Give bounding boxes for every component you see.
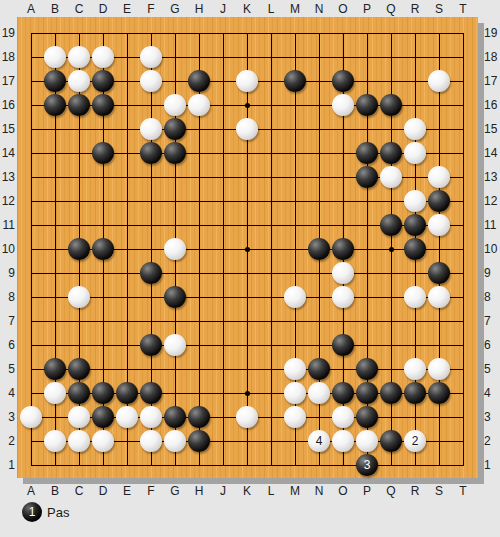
coordinate-label-top-G: G	[163, 1, 187, 17]
stone-g2	[164, 430, 186, 452]
stone-r12	[404, 190, 426, 212]
stone-o6	[332, 334, 354, 356]
stone-s8	[428, 286, 450, 308]
coordinate-label-bottom-T: T	[451, 483, 475, 499]
coordinate-label-top-E: E	[115, 1, 139, 17]
coordinate-label-left-12: 12	[0, 194, 15, 208]
coordinate-label-bottom-S: S	[427, 483, 451, 499]
stone-g8	[164, 286, 186, 308]
coordinate-label-left-17: 17	[0, 74, 15, 88]
stone-c3	[68, 406, 90, 428]
coordinate-label-top-K: K	[235, 1, 259, 17]
stone-f18	[140, 46, 162, 68]
stone-h16	[188, 94, 210, 116]
stones-layer: 423	[19, 21, 475, 477]
coordinate-label-bottom-C: C	[67, 483, 91, 499]
stone-q13	[380, 166, 402, 188]
stone-d3	[92, 406, 114, 428]
coordinate-label-right-2: 2	[484, 434, 500, 448]
coordinate-label-bottom-M: M	[283, 483, 307, 499]
stone-o10	[332, 238, 354, 260]
stone-r2: 2	[404, 430, 426, 452]
stone-b17	[44, 70, 66, 92]
stone-o17	[332, 70, 354, 92]
coordinate-label-left-5: 5	[0, 362, 15, 376]
coordinate-label-left-2: 2	[0, 434, 15, 448]
stone-g15	[164, 118, 186, 140]
stone-s12	[428, 190, 450, 212]
stone-p2	[356, 430, 378, 452]
stone-q16	[380, 94, 402, 116]
coordinate-label-top-P: P	[355, 1, 379, 17]
stone-f15	[140, 118, 162, 140]
coordinates-bottom: ABCDEFGHJKLMNOPQRST	[17, 483, 478, 499]
stone-k3	[236, 406, 258, 428]
stone-s11	[428, 214, 450, 236]
coordinate-label-top-A: A	[19, 1, 43, 17]
go-board[interactable]: 423	[17, 17, 478, 478]
coordinate-label-right-17: 17	[484, 74, 500, 88]
stone-n2: 4	[308, 430, 330, 452]
coordinate-label-left-11: 11	[0, 218, 15, 232]
move-number-1: 1	[29, 506, 36, 518]
coordinate-label-left-9: 9	[0, 266, 15, 280]
stone-d17	[92, 70, 114, 92]
coordinate-label-left-3: 3	[0, 410, 15, 424]
coordinate-label-bottom-Q: Q	[379, 483, 403, 499]
stone-d2	[92, 430, 114, 452]
coordinate-label-left-15: 15	[0, 122, 15, 136]
stone-m5	[284, 358, 306, 380]
stone-c16	[68, 94, 90, 116]
move-number-label: 3	[364, 459, 371, 471]
stone-r8	[404, 286, 426, 308]
coordinate-label-right-9: 9	[484, 266, 500, 280]
stone-n5	[308, 358, 330, 380]
coordinate-label-top-S: S	[427, 1, 451, 17]
stone-o16	[332, 94, 354, 116]
coordinate-label-right-10: 10	[484, 242, 500, 256]
stone-k15	[236, 118, 258, 140]
coordinate-label-bottom-K: K	[235, 483, 259, 499]
stone-q2	[380, 430, 402, 452]
coordinate-label-top-B: B	[43, 1, 67, 17]
coordinate-label-left-14: 14	[0, 146, 15, 160]
stone-f17	[140, 70, 162, 92]
coordinate-label-right-5: 5	[484, 362, 500, 376]
coordinate-label-top-T: T	[451, 1, 475, 17]
pass-move-stone: 1	[22, 502, 42, 522]
coordinate-label-left-6: 6	[0, 338, 15, 352]
stone-f2	[140, 430, 162, 452]
coordinate-label-bottom-D: D	[91, 483, 115, 499]
stone-p1: 3	[356, 454, 378, 476]
stone-c4	[68, 382, 90, 404]
stone-e4	[116, 382, 138, 404]
stone-q14	[380, 142, 402, 164]
stone-k17	[236, 70, 258, 92]
stone-d4	[92, 382, 114, 404]
coordinate-label-top-O: O	[331, 1, 355, 17]
stone-p4	[356, 382, 378, 404]
coordinate-label-right-3: 3	[484, 410, 500, 424]
stone-s4	[428, 382, 450, 404]
coordinate-label-right-6: 6	[484, 338, 500, 352]
stone-h3	[188, 406, 210, 428]
coordinate-label-bottom-N: N	[307, 483, 331, 499]
coordinate-label-top-C: C	[67, 1, 91, 17]
coordinates-top: ABCDEFGHJKLMNOPQRST	[17, 1, 478, 17]
stone-r15	[404, 118, 426, 140]
coordinate-label-left-1: 1	[0, 458, 15, 472]
stone-g3	[164, 406, 186, 428]
coordinate-label-left-7: 7	[0, 314, 15, 328]
coordinate-label-right-1: 1	[484, 458, 500, 472]
coordinate-label-top-N: N	[307, 1, 331, 17]
coordinate-label-left-4: 4	[0, 386, 15, 400]
coordinate-label-bottom-O: O	[331, 483, 355, 499]
stone-o9	[332, 262, 354, 284]
coordinate-label-bottom-J: J	[211, 483, 235, 499]
stone-g16	[164, 94, 186, 116]
move-number-label: 4	[316, 435, 323, 447]
coordinate-label-bottom-A: A	[19, 483, 43, 499]
coordinate-label-right-11: 11	[484, 218, 500, 232]
coordinate-label-right-8: 8	[484, 290, 500, 304]
stone-s9	[428, 262, 450, 284]
stone-m4	[284, 382, 306, 404]
stone-b4	[44, 382, 66, 404]
stone-o2	[332, 430, 354, 452]
coordinate-label-bottom-P: P	[355, 483, 379, 499]
stone-s17	[428, 70, 450, 92]
coordinate-label-bottom-F: F	[139, 483, 163, 499]
stone-o3	[332, 406, 354, 428]
stone-h17	[188, 70, 210, 92]
stone-g14	[164, 142, 186, 164]
go-game-screen: ABCDEFGHJKLMNOPQRST ABCDEFGHJKLMNOPQRST …	[0, 0, 500, 537]
pass-label: Pas	[47, 505, 69, 520]
stone-p14	[356, 142, 378, 164]
coordinate-label-left-13: 13	[0, 170, 15, 184]
coordinate-label-right-19: 19	[484, 26, 500, 40]
move-number-label: 2	[412, 435, 419, 447]
stone-d18	[92, 46, 114, 68]
stone-g6	[164, 334, 186, 356]
coordinate-label-top-Q: Q	[379, 1, 403, 17]
stone-c10	[68, 238, 90, 260]
stone-m3	[284, 406, 306, 428]
coordinate-label-top-M: M	[283, 1, 307, 17]
stone-d10	[92, 238, 114, 260]
stone-r11	[404, 214, 426, 236]
coordinate-label-top-J: J	[211, 1, 235, 17]
stone-o8	[332, 286, 354, 308]
coordinate-label-left-18: 18	[0, 50, 15, 64]
stone-c8	[68, 286, 90, 308]
coordinate-label-bottom-G: G	[163, 483, 187, 499]
coordinate-label-left-16: 16	[0, 98, 15, 112]
coordinate-label-top-R: R	[403, 1, 427, 17]
coordinate-label-right-16: 16	[484, 98, 500, 112]
stone-r4	[404, 382, 426, 404]
coordinate-label-top-L: L	[259, 1, 283, 17]
stone-c18	[68, 46, 90, 68]
stone-s5	[428, 358, 450, 380]
stone-f14	[140, 142, 162, 164]
coordinate-label-bottom-E: E	[115, 483, 139, 499]
stone-b16	[44, 94, 66, 116]
stone-s13	[428, 166, 450, 188]
stone-c17	[68, 70, 90, 92]
stone-e3	[116, 406, 138, 428]
stone-c5	[68, 358, 90, 380]
coordinate-label-top-H: H	[187, 1, 211, 17]
coordinate-label-top-F: F	[139, 1, 163, 17]
coordinate-label-left-19: 19	[0, 26, 15, 40]
stone-d14	[92, 142, 114, 164]
coordinate-label-bottom-B: B	[43, 483, 67, 499]
stone-n10	[308, 238, 330, 260]
coordinate-label-left-10: 10	[0, 242, 15, 256]
coordinate-label-right-7: 7	[484, 314, 500, 328]
stone-r10	[404, 238, 426, 260]
coordinate-label-bottom-H: H	[187, 483, 211, 499]
coordinate-label-left-8: 8	[0, 290, 15, 304]
stone-f9	[140, 262, 162, 284]
coordinate-label-top-D: D	[91, 1, 115, 17]
coordinate-label-right-15: 15	[484, 122, 500, 136]
coordinate-label-right-12: 12	[484, 194, 500, 208]
stone-b2	[44, 430, 66, 452]
coordinate-label-right-18: 18	[484, 50, 500, 64]
stone-g10	[164, 238, 186, 260]
coordinate-label-bottom-R: R	[403, 483, 427, 499]
stone-r5	[404, 358, 426, 380]
stone-a3	[20, 406, 42, 428]
coordinate-label-right-14: 14	[484, 146, 500, 160]
stone-b5	[44, 358, 66, 380]
stone-c2	[68, 430, 90, 452]
stone-n4	[308, 382, 330, 404]
stone-m17	[284, 70, 306, 92]
stone-m8	[284, 286, 306, 308]
stone-o4	[332, 382, 354, 404]
coordinates-left: 19181716151413121110987654321	[0, 17, 16, 478]
stone-q4	[380, 382, 402, 404]
stone-b18	[44, 46, 66, 68]
stone-p5	[356, 358, 378, 380]
stone-h2	[188, 430, 210, 452]
stone-f4	[140, 382, 162, 404]
stone-f3	[140, 406, 162, 428]
coordinate-label-bottom-L: L	[259, 483, 283, 499]
stone-r14	[404, 142, 426, 164]
coordinate-label-right-13: 13	[484, 170, 500, 184]
stone-p3	[356, 406, 378, 428]
coordinates-right: 19181716151413121110987654321	[484, 17, 500, 478]
coordinate-label-right-4: 4	[484, 386, 500, 400]
stone-p13	[356, 166, 378, 188]
stone-f6	[140, 334, 162, 356]
stone-d16	[92, 94, 114, 116]
stone-p16	[356, 94, 378, 116]
stone-q11	[380, 214, 402, 236]
